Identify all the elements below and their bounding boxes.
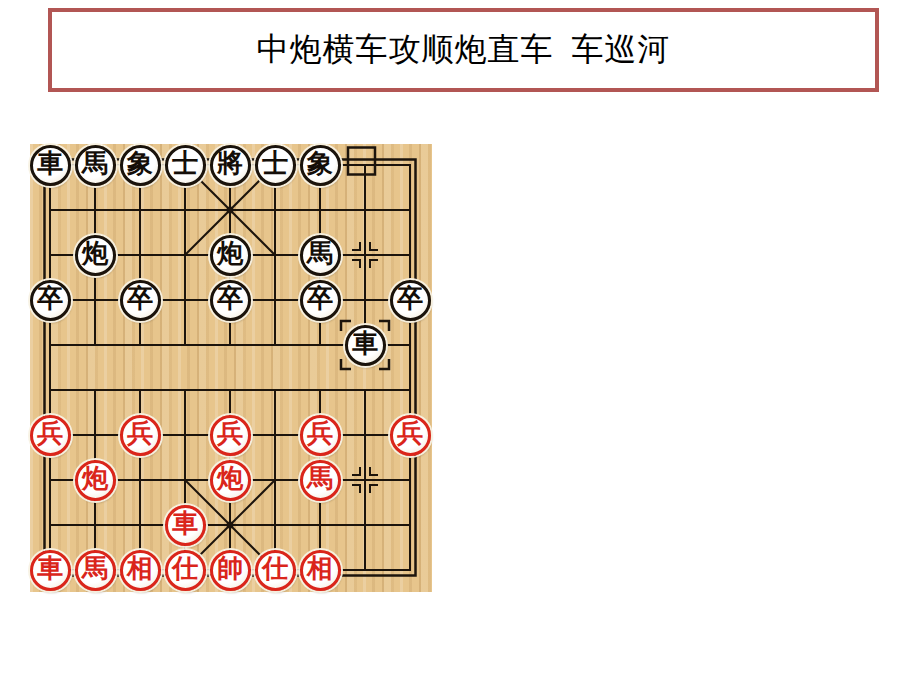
red-elephant[interactable]: 相 bbox=[120, 550, 161, 591]
piece-glyph: 仕 bbox=[172, 556, 198, 582]
piece-glyph: 馬 bbox=[82, 151, 108, 177]
piece-glyph: 馬 bbox=[307, 466, 333, 492]
black-advisor[interactable]: 士 bbox=[165, 145, 206, 186]
board-grid: 車馬象士將士象炮炮馬卒卒卒卒卒車兵兵兵兵兵炮炮馬車車馬相仕帥仕相 bbox=[28, 143, 433, 593]
black-soldier[interactable]: 卒 bbox=[300, 280, 341, 321]
red-advisor[interactable]: 仕 bbox=[165, 550, 206, 591]
red-chariot[interactable]: 車 bbox=[30, 550, 71, 591]
black-horse[interactable]: 馬 bbox=[75, 145, 116, 186]
piece-glyph: 相 bbox=[127, 556, 153, 582]
piece-glyph: 兵 bbox=[307, 421, 333, 447]
piece-glyph: 卒 bbox=[397, 286, 423, 312]
red-cannon[interactable]: 炮 bbox=[75, 460, 116, 501]
red-soldier[interactable]: 兵 bbox=[120, 415, 161, 456]
piece-glyph: 將 bbox=[217, 151, 243, 177]
piece-glyph: 象 bbox=[307, 151, 333, 177]
piece-glyph: 兵 bbox=[37, 421, 63, 447]
red-soldier[interactable]: 兵 bbox=[390, 415, 431, 456]
piece-glyph: 炮 bbox=[217, 466, 243, 492]
piece-glyph: 炮 bbox=[217, 241, 243, 267]
red-soldier[interactable]: 兵 bbox=[210, 415, 251, 456]
black-elephant[interactable]: 象 bbox=[120, 145, 161, 186]
piece-glyph: 卒 bbox=[37, 286, 63, 312]
piece-glyph: 卒 bbox=[307, 286, 333, 312]
red-soldier[interactable]: 兵 bbox=[30, 415, 71, 456]
piece-glyph: 卒 bbox=[217, 286, 243, 312]
piece-glyph: 馬 bbox=[307, 241, 333, 267]
black-cannon[interactable]: 炮 bbox=[210, 235, 251, 276]
black-general[interactable]: 將 bbox=[210, 145, 251, 186]
red-advisor[interactable]: 仕 bbox=[255, 550, 296, 591]
piece-glyph: 象 bbox=[127, 151, 153, 177]
black-advisor[interactable]: 士 bbox=[255, 145, 296, 186]
red-elephant[interactable]: 相 bbox=[300, 550, 341, 591]
piece-glyph: 車 bbox=[37, 151, 63, 177]
piece-glyph: 車 bbox=[172, 511, 198, 537]
piece-glyph: 炮 bbox=[82, 466, 108, 492]
piece-glyph: 士 bbox=[172, 151, 198, 177]
red-horse[interactable]: 馬 bbox=[75, 550, 116, 591]
red-general[interactable]: 帥 bbox=[210, 550, 251, 591]
black-soldier[interactable]: 卒 bbox=[210, 280, 251, 321]
slide-page: { "header": { "title": "中炮横车攻顺炮直车 车巡河", … bbox=[0, 0, 920, 690]
black-horse[interactable]: 馬 bbox=[300, 235, 341, 276]
piece-glyph: 卒 bbox=[127, 286, 153, 312]
piece-glyph: 車 bbox=[37, 556, 63, 582]
black-chariot[interactable]: 車 bbox=[345, 325, 386, 366]
black-chariot[interactable]: 車 bbox=[30, 145, 71, 186]
title-box: 中炮横车攻顺炮直车 车巡河 bbox=[48, 8, 879, 92]
black-soldier[interactable]: 卒 bbox=[390, 280, 431, 321]
slide-title: 中炮横车攻顺炮直车 车巡河 bbox=[257, 28, 671, 72]
black-elephant[interactable]: 象 bbox=[300, 145, 341, 186]
piece-glyph: 兵 bbox=[397, 421, 423, 447]
black-soldier[interactable]: 卒 bbox=[30, 280, 71, 321]
piece-glyph: 車 bbox=[352, 331, 378, 357]
piece-glyph: 仕 bbox=[262, 556, 288, 582]
piece-glyph: 馬 bbox=[82, 556, 108, 582]
piece-glyph: 兵 bbox=[217, 421, 243, 447]
piece-glyph: 帥 bbox=[217, 556, 243, 582]
piece-glyph: 兵 bbox=[127, 421, 153, 447]
red-soldier[interactable]: 兵 bbox=[300, 415, 341, 456]
black-soldier[interactable]: 卒 bbox=[120, 280, 161, 321]
red-horse[interactable]: 馬 bbox=[300, 460, 341, 501]
piece-glyph: 士 bbox=[262, 151, 288, 177]
piece-glyph: 相 bbox=[307, 556, 333, 582]
red-chariot[interactable]: 車 bbox=[165, 505, 206, 546]
black-cannon[interactable]: 炮 bbox=[75, 235, 116, 276]
piece-glyph: 炮 bbox=[82, 241, 108, 267]
xiangqi-board: 車馬象士將士象炮炮馬卒卒卒卒卒車兵兵兵兵兵炮炮馬車車馬相仕帥仕相 bbox=[30, 144, 432, 592]
red-cannon[interactable]: 炮 bbox=[210, 460, 251, 501]
